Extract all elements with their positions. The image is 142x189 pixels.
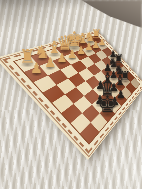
- square-f4[interactable]: [95, 60, 108, 71]
- square-f6[interactable]: [108, 74, 120, 86]
- square-b5[interactable]: [65, 87, 84, 104]
- square-c8[interactable]: [100, 105, 115, 122]
- square-h1[interactable]: [90, 35, 102, 43]
- square-g5[interactable]: [108, 63, 119, 73]
- square-g8[interactable]: [126, 82, 136, 94]
- square-h4[interactable]: [108, 54, 119, 63]
- square-d3[interactable]: [71, 60, 87, 72]
- square-c7[interactable]: [92, 97, 108, 113]
- square-f2[interactable]: [82, 46, 96, 56]
- square-b2[interactable]: [39, 61, 60, 76]
- square-d7[interactable]: [100, 91, 114, 105]
- square-a6[interactable]: [61, 104, 82, 123]
- square-e8[interactable]: [114, 92, 126, 106]
- square-c6[interactable]: [84, 89, 100, 104]
- square-h5[interactable]: [113, 60, 124, 70]
- square-e1[interactable]: [66, 42, 81, 53]
- square-d5[interactable]: [86, 76, 101, 89]
- square-f8[interactable]: [120, 87, 131, 99]
- square-g1[interactable]: [83, 37, 96, 46]
- square-d8[interactable]: [107, 98, 121, 113]
- square-d6[interactable]: [93, 83, 108, 97]
- square-c1[interactable]: [44, 48, 63, 61]
- square-e3[interactable]: [80, 57, 95, 68]
- square-h8[interactable]: [130, 78, 140, 89]
- square-h3[interactable]: [102, 48, 113, 57]
- square-a8[interactable]: [80, 123, 99, 144]
- square-a2[interactable]: [24, 66, 48, 82]
- square-c3[interactable]: [60, 65, 78, 79]
- square-h2[interactable]: [96, 41, 107, 50]
- square-g3[interactable]: [95, 50, 107, 60]
- square-b1[interactable]: [31, 52, 53, 66]
- square-a3[interactable]: [33, 75, 56, 92]
- square-h6[interactable]: [119, 66, 129, 76]
- square-a7[interactable]: [71, 113, 91, 133]
- square-d4[interactable]: [78, 68, 94, 81]
- square-b7[interactable]: [82, 105, 100, 123]
- square-a4[interactable]: [43, 85, 65, 103]
- square-g2[interactable]: [89, 44, 101, 53]
- square-g4[interactable]: [101, 57, 113, 67]
- square-e7[interactable]: [107, 85, 120, 98]
- square-h7[interactable]: [125, 72, 135, 82]
- square-f5[interactable]: [101, 67, 113, 78]
- square-d2[interactable]: [63, 53, 80, 65]
- square-b6[interactable]: [74, 96, 92, 113]
- square-g7[interactable]: [120, 76, 131, 87]
- square-f7[interactable]: [114, 80, 126, 92]
- square-f1[interactable]: [75, 40, 89, 50]
- square-b3[interactable]: [48, 70, 68, 85]
- square-a1[interactable]: [15, 56, 40, 71]
- square-b8[interactable]: [91, 113, 108, 132]
- square-c2[interactable]: [52, 57, 71, 70]
- square-a5[interactable]: [52, 94, 73, 113]
- square-e5[interactable]: [94, 71, 108, 83]
- square-c4[interactable]: [68, 73, 85, 87]
- square-c5[interactable]: [76, 81, 93, 96]
- square-b4[interactable]: [57, 78, 77, 94]
- square-g6[interactable]: [114, 69, 125, 80]
- square-e6[interactable]: [101, 78, 114, 91]
- square-e2[interactable]: [73, 49, 88, 60]
- square-f3[interactable]: [88, 53, 101, 64]
- square-e4[interactable]: [87, 64, 101, 76]
- square-d1[interactable]: [56, 45, 73, 56]
